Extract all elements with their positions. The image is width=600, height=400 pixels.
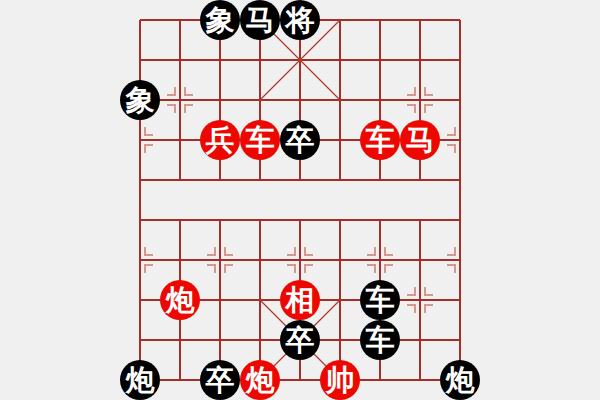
piece-black-soldier[interactable]: 卒 bbox=[280, 320, 320, 360]
piece-black-horse[interactable]: 马 bbox=[240, 0, 280, 40]
piece-black-cannon[interactable]: 炮 bbox=[120, 360, 160, 400]
piece-glyph: 炮 bbox=[246, 366, 275, 395]
piece-glyph: 卒 bbox=[206, 366, 235, 395]
piece-glyph: 相 bbox=[286, 286, 315, 315]
piece-red-cannon[interactable]: 炮 bbox=[160, 280, 200, 320]
xiangqi-board[interactable]: 象马将象兵车卒车马炮相车卒车炮卒炮帅炮 bbox=[120, 0, 480, 400]
piece-glyph: 兵 bbox=[206, 126, 235, 155]
piece-black-chariot[interactable]: 车 bbox=[360, 320, 400, 360]
piece-black-general[interactable]: 将 bbox=[280, 0, 320, 40]
piece-glyph: 炮 bbox=[446, 366, 475, 395]
piece-glyph: 帅 bbox=[326, 366, 355, 395]
piece-black-cannon[interactable]: 炮 bbox=[440, 360, 480, 400]
piece-glyph: 将 bbox=[286, 6, 315, 35]
piece-red-soldier[interactable]: 兵 bbox=[200, 120, 240, 160]
piece-glyph: 车 bbox=[366, 286, 395, 315]
piece-black-chariot[interactable]: 车 bbox=[360, 280, 400, 320]
piece-black-elephant[interactable]: 象 bbox=[120, 80, 160, 120]
piece-black-elephant[interactable]: 象 bbox=[200, 0, 240, 40]
piece-glyph: 车 bbox=[366, 326, 395, 355]
piece-glyph: 卒 bbox=[286, 126, 315, 155]
piece-glyph: 车 bbox=[366, 126, 395, 155]
xiangqi-diagram: 象马将象兵车卒车马炮相车卒车炮卒炮帅炮 bbox=[0, 0, 600, 400]
piece-glyph: 卒 bbox=[286, 326, 315, 355]
piece-glyph: 炮 bbox=[166, 286, 195, 315]
piece-black-soldier[interactable]: 卒 bbox=[280, 120, 320, 160]
piece-red-elephant[interactable]: 相 bbox=[280, 280, 320, 320]
piece-glyph: 炮 bbox=[126, 366, 155, 395]
piece-red-cannon[interactable]: 炮 bbox=[240, 360, 280, 400]
piece-red-chariot[interactable]: 车 bbox=[240, 120, 280, 160]
piece-glyph: 马 bbox=[246, 6, 275, 35]
piece-black-soldier[interactable]: 卒 bbox=[200, 360, 240, 400]
piece-glyph: 象 bbox=[126, 86, 155, 115]
piece-glyph: 象 bbox=[206, 6, 235, 35]
piece-red-horse[interactable]: 马 bbox=[400, 120, 440, 160]
piece-glyph: 马 bbox=[406, 126, 435, 155]
piece-red-general[interactable]: 帅 bbox=[320, 360, 360, 400]
piece-red-chariot[interactable]: 车 bbox=[360, 120, 400, 160]
piece-glyph: 车 bbox=[246, 126, 275, 155]
